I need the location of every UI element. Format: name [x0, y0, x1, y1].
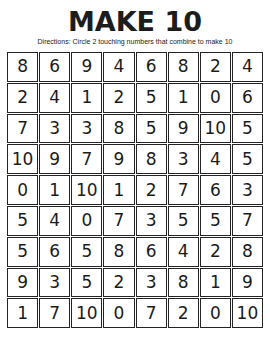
grid-cell-r6c2[interactable]: 4 — [39, 206, 70, 236]
grid-cell-r9c1[interactable]: 1 — [7, 298, 38, 328]
worksheet-page: MAKE 10 Directions: Circle 2 touching nu… — [0, 0, 270, 350]
grid-cell-r2c3[interactable]: 1 — [71, 83, 102, 113]
grid-cell-r2c4[interactable]: 2 — [103, 83, 134, 113]
grid-cell-r3c8[interactable]: 5 — [232, 114, 263, 144]
grid-cell-r8c5[interactable]: 3 — [136, 268, 167, 298]
grid-cell-r2c7[interactable]: 0 — [200, 83, 231, 113]
grid-cell-r8c7[interactable]: 1 — [200, 268, 231, 298]
page-title: MAKE 10 — [0, 0, 270, 37]
grid-cell-r3c4[interactable]: 8 — [103, 114, 134, 144]
grid-cell-r4c7[interactable]: 4 — [200, 144, 231, 174]
grid-cell-r6c5[interactable]: 3 — [136, 206, 167, 236]
grid-cell-r7c8[interactable]: 8 — [232, 237, 263, 267]
grid-cell-r1c6[interactable]: 8 — [168, 52, 199, 82]
grid-cell-r2c2[interactable]: 4 — [39, 83, 70, 113]
grid-cell-r8c4[interactable]: 2 — [103, 268, 134, 298]
grid-cell-r6c1[interactable]: 5 — [7, 206, 38, 236]
grid-cell-r4c8[interactable]: 5 — [232, 144, 263, 174]
grid-cell-r7c4[interactable]: 8 — [103, 237, 134, 267]
grid-cell-r4c1[interactable]: 10 — [7, 144, 38, 174]
grid-cell-r9c7[interactable]: 0 — [200, 298, 231, 328]
grid-cell-r5c3[interactable]: 10 — [71, 175, 102, 205]
grid-cell-r5c5[interactable]: 2 — [136, 175, 167, 205]
grid-cell-r2c5[interactable]: 5 — [136, 83, 167, 113]
grid-cell-r5c4[interactable]: 1 — [103, 175, 134, 205]
grid-cell-r5c2[interactable]: 1 — [39, 175, 70, 205]
grid-cell-r5c7[interactable]: 6 — [200, 175, 231, 205]
grid-cell-r7c7[interactable]: 2 — [200, 237, 231, 267]
grid-cell-r1c3[interactable]: 9 — [71, 52, 102, 82]
grid-cell-r6c8[interactable]: 7 — [232, 206, 263, 236]
directions-text: Directions: Circle 2 touching numbers th… — [0, 38, 270, 46]
grid-cell-r5c8[interactable]: 3 — [232, 175, 263, 205]
number-grid: 8694682424125106733859105109798345011012… — [7, 52, 263, 328]
grid-cell-r1c8[interactable]: 4 — [232, 52, 263, 82]
grid-cell-r8c8[interactable]: 9 — [232, 268, 263, 298]
grid-cell-r4c2[interactable]: 9 — [39, 144, 70, 174]
grid-cell-r1c4[interactable]: 4 — [103, 52, 134, 82]
grid-cell-r5c1[interactable]: 0 — [7, 175, 38, 205]
grid-cell-r1c2[interactable]: 6 — [39, 52, 70, 82]
grid-cell-r3c2[interactable]: 3 — [39, 114, 70, 144]
grid-cell-r9c3[interactable]: 10 — [71, 298, 102, 328]
grid-cell-r7c3[interactable]: 5 — [71, 237, 102, 267]
grid-cell-r5c6[interactable]: 7 — [168, 175, 199, 205]
grid-cell-r9c6[interactable]: 2 — [168, 298, 199, 328]
grid-cell-r4c3[interactable]: 7 — [71, 144, 102, 174]
grid-cell-r2c6[interactable]: 1 — [168, 83, 199, 113]
grid-cell-r9c2[interactable]: 7 — [39, 298, 70, 328]
grid-cell-r7c1[interactable]: 5 — [7, 237, 38, 267]
grid-cell-r7c5[interactable]: 6 — [136, 237, 167, 267]
grid-cell-r6c3[interactable]: 0 — [71, 206, 102, 236]
grid-cell-r1c7[interactable]: 2 — [200, 52, 231, 82]
grid-cell-r3c6[interactable]: 9 — [168, 114, 199, 144]
grid-cell-r9c5[interactable]: 7 — [136, 298, 167, 328]
grid-cell-r3c5[interactable]: 5 — [136, 114, 167, 144]
grid-cell-r1c1[interactable]: 8 — [7, 52, 38, 82]
grid-cell-r4c6[interactable]: 3 — [168, 144, 199, 174]
grid-cell-r1c5[interactable]: 6 — [136, 52, 167, 82]
grid-cell-r4c5[interactable]: 8 — [136, 144, 167, 174]
grid-cell-r6c4[interactable]: 7 — [103, 206, 134, 236]
grid-cell-r2c8[interactable]: 6 — [232, 83, 263, 113]
grid-cell-r8c6[interactable]: 8 — [168, 268, 199, 298]
grid-cell-r9c4[interactable]: 0 — [103, 298, 134, 328]
grid-cell-r6c7[interactable]: 5 — [200, 206, 231, 236]
grid-cell-r9c8[interactable]: 10 — [232, 298, 263, 328]
grid-cell-r4c4[interactable]: 9 — [103, 144, 134, 174]
grid-cell-r3c3[interactable]: 3 — [71, 114, 102, 144]
grid-cell-r7c2[interactable]: 6 — [39, 237, 70, 267]
grid-cell-r8c2[interactable]: 3 — [39, 268, 70, 298]
grid-cell-r7c6[interactable]: 4 — [168, 237, 199, 267]
grid-cell-r3c1[interactable]: 7 — [7, 114, 38, 144]
grid-cell-r3c7[interactable]: 10 — [200, 114, 231, 144]
grid-cell-r8c3[interactable]: 5 — [71, 268, 102, 298]
grid-cell-r8c1[interactable]: 9 — [7, 268, 38, 298]
grid-cell-r2c1[interactable]: 2 — [7, 83, 38, 113]
grid-cell-r6c6[interactable]: 5 — [168, 206, 199, 236]
